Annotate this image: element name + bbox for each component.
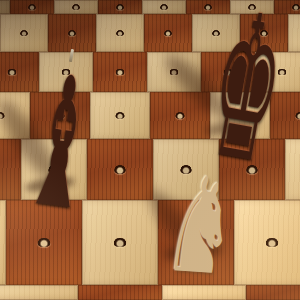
square-r4k0[interactable] bbox=[87, 139, 153, 200]
peg-hole bbox=[113, 238, 126, 247]
peg-hole bbox=[212, 30, 220, 36]
peg-hole bbox=[115, 112, 126, 119]
peg-hole bbox=[164, 30, 172, 36]
square-r5k2[interactable] bbox=[234, 200, 300, 285]
square-r6k2[interactable] bbox=[246, 285, 300, 300]
peg-hole bbox=[204, 4, 212, 9]
square-r3k-2[interactable] bbox=[0, 92, 30, 139]
square-r0k0[interactable] bbox=[98, 0, 142, 14]
square-r1k-2[interactable] bbox=[0, 14, 48, 52]
square-r0k1[interactable] bbox=[142, 0, 186, 14]
square-r3k1[interactable] bbox=[150, 92, 210, 139]
peg-hole bbox=[175, 112, 186, 119]
peg-hole bbox=[169, 69, 179, 76]
peg-hole bbox=[160, 4, 168, 9]
square-r2k1[interactable] bbox=[147, 52, 201, 92]
peg-hole bbox=[116, 4, 124, 9]
peg-hole bbox=[115, 69, 125, 76]
square-r0k2[interactable] bbox=[186, 0, 230, 14]
white-knight-glyph: ♞ bbox=[160, 157, 240, 294]
peg-hole bbox=[265, 238, 278, 247]
peg-hole bbox=[28, 4, 36, 9]
square-r2k-2[interactable] bbox=[0, 52, 39, 92]
square-r4k3[interactable] bbox=[285, 139, 300, 200]
peg-hole bbox=[68, 30, 76, 36]
peg-hole bbox=[295, 112, 300, 119]
peg-hole bbox=[72, 4, 80, 9]
peg-hole bbox=[114, 165, 126, 173]
square-r6k-1[interactable] bbox=[0, 285, 78, 300]
peg-hole bbox=[0, 112, 5, 119]
peg-hole bbox=[20, 30, 28, 36]
square-r6k0[interactable] bbox=[78, 285, 162, 300]
peg-hole bbox=[116, 30, 124, 36]
square-r0k-2[interactable] bbox=[10, 0, 54, 14]
board-photo: ♚♝♞ bbox=[0, 0, 300, 300]
square-r0k-3[interactable] bbox=[0, 0, 10, 14]
peg-hole bbox=[7, 69, 17, 76]
square-r1k1[interactable] bbox=[144, 14, 192, 52]
square-r5k0[interactable] bbox=[82, 200, 158, 285]
board-row-6 bbox=[0, 285, 300, 300]
square-r0k-1[interactable] bbox=[54, 0, 98, 14]
square-r4k-2[interactable] bbox=[0, 139, 21, 200]
